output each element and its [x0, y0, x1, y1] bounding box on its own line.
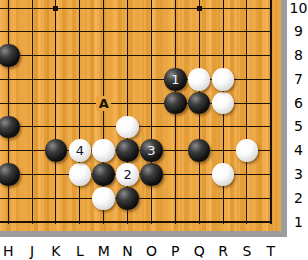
stone-black-P6[interactable]	[164, 92, 187, 115]
stone-black-O3[interactable]	[140, 163, 163, 186]
stone-black-H5[interactable]	[0, 116, 20, 139]
move-number-3: 3	[147, 144, 155, 157]
grid-line-v-L	[79, 0, 80, 224]
star-point-Q10	[197, 6, 202, 11]
stone-black-Q4[interactable]	[188, 139, 211, 162]
stone-white-N5[interactable]	[116, 116, 139, 139]
col-label-L: L	[70, 243, 89, 260]
stone-black-P7[interactable]: 1	[164, 68, 187, 91]
row-label-2: 2	[289, 190, 308, 207]
stone-white-L3[interactable]	[69, 163, 92, 186]
stone-white-R3[interactable]	[212, 163, 235, 186]
board-border-right	[281, 0, 287, 237]
col-label-K: K	[46, 243, 65, 260]
row-label-1: 1	[289, 214, 308, 231]
stone-black-K4[interactable]	[45, 139, 68, 162]
stone-white-M4[interactable]	[92, 139, 115, 162]
go-board[interactable]: 3142A	[0, 0, 281, 231]
col-label-N: N	[118, 243, 137, 260]
row-label-8: 8	[289, 47, 308, 64]
grid-line-v-T	[270, 0, 272, 224]
stone-white-R6[interactable]	[212, 92, 235, 115]
col-label-T: T	[261, 243, 280, 260]
stone-black-H8[interactable]	[0, 44, 20, 67]
row-label-3: 3	[289, 166, 308, 183]
stone-black-H3[interactable]	[0, 163, 20, 186]
move-number-4: 4	[76, 144, 84, 157]
stone-white-Q7[interactable]	[188, 68, 211, 91]
star-point-K10	[53, 6, 58, 11]
row-label-7: 7	[289, 71, 308, 88]
row-label-6: 6	[289, 95, 308, 112]
stone-white-S4[interactable]	[236, 139, 259, 162]
row-label-9: 9	[289, 23, 308, 40]
stone-white-M2[interactable]	[92, 187, 115, 210]
row-label-5: 5	[289, 118, 308, 135]
grid-line-h-9	[0, 31, 272, 32]
move-number-2: 2	[123, 168, 131, 181]
col-label-R: R	[214, 243, 233, 260]
grid-line-v-J	[32, 0, 33, 224]
point-label-A[interactable]: A	[96, 96, 111, 111]
grid-line-h-1	[0, 221, 272, 223]
grid-line-v-K	[55, 0, 56, 224]
stone-white-R7[interactable]	[212, 68, 235, 91]
grid-line-v-O	[151, 0, 152, 224]
col-label-P: P	[166, 243, 185, 260]
col-label-O: O	[142, 243, 161, 260]
stone-black-O4[interactable]: 3	[140, 139, 163, 162]
grid-line-h-10	[0, 8, 272, 9]
board-border-bottom	[0, 231, 287, 237]
move-number-1: 1	[171, 72, 179, 85]
stone-black-Q6[interactable]	[188, 92, 211, 115]
col-label-H: H	[0, 243, 18, 260]
stone-black-N2[interactable]	[116, 187, 139, 210]
stone-black-M3[interactable]	[92, 163, 115, 186]
grid-line-v-S	[246, 0, 247, 224]
col-label-Q: Q	[190, 243, 209, 260]
go-diagram: 3142A HJKLMNOPQRST 10987654321	[0, 0, 308, 260]
col-label-J: J	[23, 243, 42, 260]
row-label-10: 10	[289, 0, 308, 17]
row-label-4: 4	[289, 142, 308, 159]
stone-white-N3[interactable]: 2	[116, 163, 139, 186]
stone-white-L4[interactable]: 4	[69, 139, 92, 162]
stone-black-N4[interactable]	[116, 139, 139, 162]
grid-line-v-H	[8, 0, 9, 224]
grid-line-h-8	[0, 55, 272, 56]
col-label-M: M	[94, 243, 113, 260]
col-label-S: S	[237, 243, 256, 260]
